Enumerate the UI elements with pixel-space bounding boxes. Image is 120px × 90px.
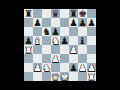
- piece-white-pawn: ♟: [69, 45, 78, 54]
- square-h3: [87, 54, 96, 63]
- piece-black-bishop: ♝: [78, 36, 87, 45]
- piece-white-pawn: ♟: [78, 63, 87, 72]
- square-b7: ♟: [33, 18, 42, 27]
- square-e5: ♟: [60, 36, 69, 45]
- piece-black-rook: ♜: [69, 9, 78, 18]
- square-b4: [33, 45, 42, 54]
- piece-black-queen: ♛: [51, 9, 60, 18]
- square-b1: [33, 72, 42, 81]
- square-f1: [69, 72, 78, 81]
- square-a5: ♟: [24, 36, 33, 45]
- square-g8: ♚: [78, 9, 87, 18]
- square-e4: [60, 45, 69, 54]
- square-h7: ♟: [87, 18, 96, 27]
- video-frame: ♜♛♜♚♟♟♟♟♞♟♟♝♞♟♝♜♟♟♟♞♟♟♟♛♚♜: [0, 0, 120, 90]
- square-d2: [51, 63, 60, 72]
- square-g4: [78, 45, 87, 54]
- square-a3: [24, 54, 33, 63]
- square-e3: [60, 54, 69, 63]
- square-c8: [42, 9, 51, 18]
- piece-black-pawn: ♟: [51, 27, 60, 36]
- square-h1: ♜: [87, 72, 96, 81]
- piece-white-queen: ♛: [51, 72, 60, 81]
- piece-black-pawn: ♟: [69, 18, 78, 27]
- square-f6: [69, 27, 78, 36]
- square-c5: [42, 36, 51, 45]
- square-e7: [60, 18, 69, 27]
- square-c1: [42, 72, 51, 81]
- square-a2: [24, 63, 33, 72]
- square-a4: ♜: [24, 45, 33, 54]
- square-d3: ♟: [51, 54, 60, 63]
- square-c6: ♞: [42, 27, 51, 36]
- piece-black-pawn: ♟: [60, 36, 69, 45]
- square-c7: [42, 18, 51, 27]
- piece-black-pawn: ♟: [78, 18, 87, 27]
- piece-black-pawn: ♟: [33, 18, 42, 27]
- piece-white-pawn: ♟: [51, 54, 60, 63]
- square-h6: [87, 27, 96, 36]
- square-h8: [87, 9, 96, 18]
- square-g2: ♟: [78, 63, 87, 72]
- square-f4: ♟: [69, 45, 78, 54]
- square-h2: ♟: [87, 63, 96, 72]
- square-f8: ♜: [69, 9, 78, 18]
- piece-black-pawn: ♟: [87, 18, 96, 27]
- piece-black-knight: ♞: [42, 27, 51, 36]
- square-d8: ♛: [51, 9, 60, 18]
- square-b8: [33, 9, 42, 18]
- square-d5: ♞: [51, 36, 60, 45]
- square-c2: ♞: [42, 63, 51, 72]
- piece-white-knight: ♞: [42, 63, 51, 72]
- square-b6: [33, 27, 42, 36]
- square-g5: ♝: [78, 36, 87, 45]
- piece-black-king: ♚: [78, 9, 87, 18]
- square-a6: [24, 27, 33, 36]
- square-b2: ♟: [33, 63, 42, 72]
- square-e6: [60, 27, 69, 36]
- square-g3: [78, 54, 87, 63]
- square-d7: [51, 18, 60, 27]
- chess-board: ♜♛♜♚♟♟♟♟♞♟♟♝♞♟♝♜♟♟♟♞♟♟♟♛♚♜: [24, 9, 96, 81]
- square-a8: ♜: [24, 9, 33, 18]
- square-g1: [78, 72, 87, 81]
- square-b5: ♝: [33, 36, 42, 45]
- piece-white-pawn: ♟: [87, 63, 96, 72]
- square-a7: [24, 18, 33, 27]
- square-f7: ♟: [69, 18, 78, 27]
- square-d1: ♛: [51, 72, 60, 81]
- piece-black-pawn: ♟: [69, 63, 78, 72]
- square-h4: [87, 45, 96, 54]
- square-f2: ♟: [69, 63, 78, 72]
- square-c3: [42, 54, 51, 63]
- square-h5: [87, 36, 96, 45]
- square-c4: [42, 45, 51, 54]
- piece-white-knight: ♞: [51, 36, 60, 45]
- piece-white-bishop: ♝: [33, 36, 42, 45]
- piece-white-rook: ♜: [24, 45, 33, 54]
- piece-white-pawn: ♟: [33, 63, 42, 72]
- square-d6: ♟: [51, 27, 60, 36]
- piece-black-pawn: ♟: [24, 36, 33, 45]
- square-f3: [69, 54, 78, 63]
- square-g7: ♟: [78, 18, 87, 27]
- piece-black-rook: ♜: [24, 9, 33, 18]
- square-a1: [24, 72, 33, 81]
- square-e2: [60, 63, 69, 72]
- square-d4: [51, 45, 60, 54]
- square-b3: [33, 54, 42, 63]
- piece-white-rook: ♜: [87, 72, 96, 81]
- square-e1: ♚: [60, 72, 69, 81]
- square-f5: [69, 36, 78, 45]
- square-e8: [60, 9, 69, 18]
- square-g6: [78, 27, 87, 36]
- piece-white-king: ♚: [60, 72, 69, 81]
